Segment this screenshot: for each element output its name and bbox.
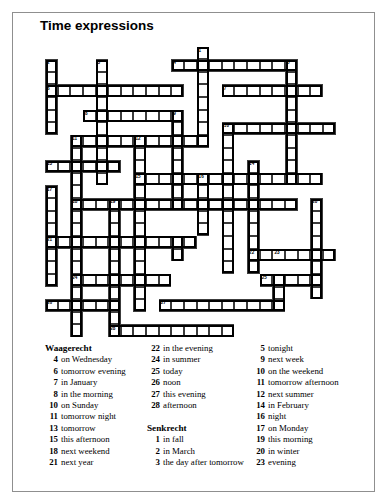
crossword-cell[interactable]: [159, 173, 172, 186]
clue-text: next week: [268, 354, 304, 364]
crossword-cell[interactable]: [247, 261, 260, 274]
crossword-cell[interactable]: [146, 274, 159, 287]
crossword-cell[interactable]: [146, 110, 159, 123]
crossword-cell[interactable]: [171, 110, 184, 123]
crossword-cell[interactable]: [197, 84, 210, 97]
clue-number: 2: [147, 446, 160, 457]
crossword-cell[interactable]: [222, 211, 235, 224]
crossword-cell[interactable]: [45, 249, 58, 262]
crossword-cell[interactable]: [83, 299, 96, 312]
clue-number: 26: [147, 377, 160, 388]
crossword-cell[interactable]: [96, 173, 109, 186]
crossword-cell[interactable]: [159, 135, 172, 148]
crossword-cell[interactable]: [108, 135, 121, 148]
crossword-cell[interactable]: [133, 236, 146, 249]
crossword-cell[interactable]: [298, 249, 311, 262]
crossword-cell[interactable]: [133, 274, 146, 287]
crossword-cell[interactable]: [222, 59, 235, 72]
clue-number: 7: [45, 377, 58, 388]
crossword-cell[interactable]: [96, 84, 109, 97]
crossword-cell[interactable]: [108, 312, 121, 325]
crossword-cell[interactable]: [285, 84, 298, 97]
crossword-cell[interactable]: [58, 84, 71, 97]
crossword-cell[interactable]: [146, 324, 159, 337]
crossword-cell[interactable]: [96, 160, 109, 173]
clue-text: next weekend: [61, 446, 110, 456]
crossword-cell[interactable]: [247, 211, 260, 224]
crossword-cell[interactable]: [171, 160, 184, 173]
crossword-cell[interactable]: [184, 173, 197, 186]
crossword-cell[interactable]: [159, 110, 172, 123]
crossword-cell[interactable]: [96, 97, 109, 110]
crossword-cell[interactable]: [222, 173, 235, 186]
clue-item: 17on Monday: [252, 423, 356, 434]
crossword-cell[interactable]: [222, 135, 235, 148]
crossword-cell[interactable]: [184, 299, 197, 312]
crossword-cell[interactable]: [96, 59, 109, 72]
crossword-cell[interactable]: [222, 185, 235, 198]
crossword-cell[interactable]: [197, 198, 210, 211]
crossword-cell[interactable]: [133, 173, 146, 186]
crossword-cell[interactable]: [171, 249, 184, 262]
crossword-cell[interactable]: [222, 223, 235, 236]
crossword-cell[interactable]: [108, 236, 121, 249]
crossword-cell[interactable]: [96, 110, 109, 123]
crossword-cell[interactable]: [197, 185, 210, 198]
clue-item: 1in fall: [147, 434, 253, 445]
crossword-cell[interactable]: [58, 236, 71, 249]
crossword-cell[interactable]: [121, 84, 134, 97]
crossword-cell[interactable]: [222, 299, 235, 312]
clue-item: 10on Sunday: [45, 400, 147, 411]
crossword-cell[interactable]: [70, 160, 83, 173]
crossword-cell[interactable]: [247, 299, 260, 312]
crossword-cell[interactable]: [45, 223, 58, 236]
clue-number: 20: [252, 446, 265, 457]
crossword-cell[interactable]: [209, 198, 222, 211]
clue-item: 15this afternoon: [45, 434, 147, 445]
crossword-cell[interactable]: [298, 84, 311, 97]
crossword-cell[interactable]: [121, 110, 134, 123]
crossword-cell[interactable]: [96, 274, 109, 287]
clue-item: 5tonight: [252, 343, 356, 354]
crossword-cell[interactable]: [171, 198, 184, 211]
crossword-cell[interactable]: [222, 236, 235, 249]
crossword-cell[interactable]: [96, 72, 109, 85]
clue-text: on the weekend: [268, 366, 323, 376]
clue-item: 7in January: [45, 377, 147, 388]
crossword-cell[interactable]: [133, 249, 146, 262]
crossword-cell[interactable]: [108, 198, 121, 211]
crossword-cell[interactable]: [234, 84, 247, 97]
clue-item: 20in winter: [252, 446, 356, 457]
crossword-cell[interactable]: [159, 274, 172, 287]
crossword-cell[interactable]: [310, 249, 323, 262]
crossword-cell[interactable]: [83, 160, 96, 173]
crossword-cell[interactable]: [70, 211, 83, 224]
crossword-cell[interactable]: [285, 59, 298, 72]
crossword-cell[interactable]: [45, 97, 58, 110]
clue-item: 6tomorrow evening: [45, 366, 147, 377]
crossword-cell[interactable]: [58, 299, 71, 312]
crossword-cell[interactable]: [45, 211, 58, 224]
clue-item: 28afternoon: [147, 400, 253, 411]
crossword-cell[interactable]: [108, 160, 121, 173]
clue-text: this afternoon: [61, 434, 110, 444]
crossword-cell[interactable]: [133, 287, 146, 300]
crossword-cell[interactable]: [222, 261, 235, 274]
crossword-cell[interactable]: [133, 160, 146, 173]
crossword-cell[interactable]: [197, 47, 210, 60]
crossword-cell[interactable]: [70, 148, 83, 161]
crossword-cell[interactable]: [247, 84, 260, 97]
crossword-cell[interactable]: [171, 84, 184, 97]
crossword-cell[interactable]: [197, 122, 210, 135]
crossword-cell[interactable]: [83, 110, 96, 123]
clue-text: night: [268, 411, 286, 421]
crossword-cell[interactable]: [146, 84, 159, 97]
crossword-cell[interactable]: [310, 122, 323, 135]
clue-item: 18next weekend: [45, 446, 147, 457]
crossword-cell[interactable]: [159, 198, 172, 211]
crossword-cell[interactable]: [108, 249, 121, 262]
crossword-cell[interactable]: [184, 198, 197, 211]
clue-text: in the morning: [61, 389, 113, 399]
clue-text: next summer: [268, 389, 314, 399]
crossword-cell[interactable]: [247, 160, 260, 173]
crossword-cell[interactable]: [45, 261, 58, 274]
crossword-cell[interactable]: [70, 198, 83, 211]
crossword-cell[interactable]: [260, 274, 273, 287]
crossword-cell[interactable]: [222, 148, 235, 161]
crossword-cell[interactable]: [171, 324, 184, 337]
crossword-cell[interactable]: [159, 299, 172, 312]
crossword-cell[interactable]: [146, 173, 159, 186]
crossword-cell[interactable]: [171, 185, 184, 198]
crossword-cell[interactable]: [234, 122, 247, 135]
crossword-cell[interactable]: [184, 236, 197, 249]
crossword-cell[interactable]: [133, 135, 146, 148]
crossword-cell[interactable]: [285, 122, 298, 135]
crossword-cell[interactable]: [285, 110, 298, 123]
crossword-cell[interactable]: [323, 249, 336, 262]
clue-number: 18: [45, 446, 58, 457]
crossword-cell[interactable]: [234, 198, 247, 211]
clue-item: 24in summer: [147, 354, 253, 365]
clue-text: in March: [163, 446, 195, 456]
crossword-cell[interactable]: [197, 97, 210, 110]
page-title: Time expressions: [40, 18, 154, 33]
crossword-cell[interactable]: [108, 324, 121, 337]
crossword-cell[interactable]: [234, 299, 247, 312]
clue-item: 22in the evening: [147, 343, 253, 354]
crossword-cell[interactable]: [45, 72, 58, 85]
clue-number: 22: [147, 343, 160, 354]
crossword-cell[interactable]: [222, 324, 235, 337]
crossword-cell[interactable]: [70, 287, 83, 300]
clue-text: in fall: [163, 434, 184, 444]
clue-item: 27this evening: [147, 389, 253, 400]
clue-item: 2in March: [147, 446, 253, 457]
crossword-cell[interactable]: [184, 135, 197, 148]
crossword-cell[interactable]: [272, 249, 285, 262]
crossword-cell[interactable]: [96, 236, 109, 249]
clue-item: 26noon: [147, 377, 253, 388]
crossword-cell[interactable]: [260, 299, 273, 312]
crossword-cell[interactable]: [159, 236, 172, 249]
clue-item: 21next year: [45, 457, 147, 468]
clue-item: 3the day after tomorrow: [147, 457, 253, 468]
crossword-cell[interactable]: [45, 59, 58, 72]
crossword-cell[interactable]: [285, 97, 298, 110]
crossword-cell[interactable]: [96, 198, 109, 211]
crossword-cell[interactable]: [247, 185, 260, 198]
crossword-cell[interactable]: [70, 185, 83, 198]
crossword-cell[interactable]: [70, 135, 83, 148]
crossword-cell[interactable]: [159, 84, 172, 97]
crossword-cell[interactable]: [171, 122, 184, 135]
clue-number: 6: [45, 366, 58, 377]
crossword-cell[interactable]: [171, 59, 184, 72]
crossword-cell[interactable]: [45, 122, 58, 135]
clue-number: 17: [252, 423, 265, 434]
crossword-cell[interactable]: [222, 84, 235, 97]
clue-text: tonight: [268, 343, 293, 353]
crossword-cell[interactable]: [285, 148, 298, 161]
crossword-cell[interactable]: [184, 59, 197, 72]
crossword-cell[interactable]: [108, 211, 121, 224]
crossword-cell[interactable]: [272, 198, 285, 211]
crossword-cell[interactable]: [108, 299, 121, 312]
crossword-cell[interactable]: [108, 110, 121, 123]
crossword-cell[interactable]: [285, 249, 298, 262]
crossword-cell[interactable]: [197, 324, 210, 337]
crossword-cell[interactable]: [310, 236, 323, 249]
crossword-cell[interactable]: [298, 122, 311, 135]
crossword-cell[interactable]: [96, 299, 109, 312]
crossword-cell[interactable]: [197, 299, 210, 312]
clue-text: on Wednesday: [61, 354, 112, 364]
crossword-cell[interactable]: [285, 160, 298, 173]
crossword-cell[interactable]: [272, 274, 285, 287]
crossword-cell[interactable]: [310, 173, 323, 186]
crossword-cell[interactable]: [260, 59, 273, 72]
crossword-cell[interactable]: [58, 160, 71, 173]
clue-number: 10: [252, 366, 265, 377]
crossword-cell[interactable]: [247, 198, 260, 211]
crossword-cell[interactable]: [272, 173, 285, 186]
clue-number: 13: [45, 423, 58, 434]
crossword-cell[interactable]: [70, 249, 83, 262]
crossword-cell[interactable]: [45, 110, 58, 123]
crossword-cell[interactable]: [108, 261, 121, 274]
crossword-cell[interactable]: [298, 274, 311, 287]
crossword-cell[interactable]: [133, 148, 146, 161]
crossword-cell[interactable]: [247, 249, 260, 262]
crossword-cell[interactable]: [197, 211, 210, 224]
crossword-cell[interactable]: [234, 173, 247, 186]
crossword-cell[interactable]: [70, 274, 83, 287]
clue-item: 11tomorrow afternoon: [252, 377, 356, 388]
crossword-cell[interactable]: [197, 110, 210, 123]
crossword-cell[interactable]: [171, 299, 184, 312]
crossword-cell[interactable]: [121, 135, 134, 148]
crossword-cell[interactable]: [133, 299, 146, 312]
clue-number: 19: [252, 434, 265, 445]
crossword-cell[interactable]: [310, 261, 323, 274]
clue-text: next year: [61, 457, 93, 467]
clue-text: noon: [163, 377, 181, 387]
crossword-cell[interactable]: [197, 223, 210, 236]
clue-number: 8: [45, 389, 58, 400]
crossword-cell[interactable]: [310, 84, 323, 97]
crossword-cell[interactable]: [45, 299, 58, 312]
crossword-cell[interactable]: [272, 59, 285, 72]
clue-number: 24: [147, 354, 160, 365]
crossword-cell[interactable]: [272, 299, 285, 312]
crossword-cell[interactable]: [234, 59, 247, 72]
crossword-cell[interactable]: [121, 324, 134, 337]
crossword-cell[interactable]: [83, 236, 96, 249]
crossword-cell[interactable]: [310, 198, 323, 211]
clue-column-spacer: [147, 411, 253, 422]
crossword-cell[interactable]: [133, 223, 146, 236]
crossword-cell[interactable]: [197, 72, 210, 85]
crossword-cell[interactable]: [45, 198, 58, 211]
crossword-cell[interactable]: [133, 110, 146, 123]
crossword-cell[interactable]: [121, 274, 134, 287]
crossword-cell[interactable]: [83, 198, 96, 211]
crossword-cell[interactable]: [159, 324, 172, 337]
crossword-cell[interactable]: [83, 135, 96, 148]
clue-text: tomorrow evening: [61, 366, 126, 376]
clue-item: 16night: [252, 411, 356, 422]
crossword-cell[interactable]: [70, 223, 83, 236]
crossword-cell[interactable]: [272, 84, 285, 97]
crossword-cell[interactable]: [133, 211, 146, 224]
crossword-cell[interactable]: [209, 173, 222, 186]
clue-number: 3: [147, 457, 160, 468]
crossword-cell[interactable]: [45, 236, 58, 249]
crossword-cell[interactable]: [209, 59, 222, 72]
crossword-cell[interactable]: [285, 274, 298, 287]
crossword-cell[interactable]: [83, 274, 96, 287]
crossword-cell[interactable]: [96, 148, 109, 161]
crossword-cell[interactable]: [108, 274, 121, 287]
crossword-cell[interactable]: [310, 274, 323, 287]
crossword-cell[interactable]: [298, 173, 311, 186]
crossword-cell[interactable]: [83, 84, 96, 97]
crossword-cell[interactable]: [209, 299, 222, 312]
crossword-cell[interactable]: [197, 135, 210, 148]
crossword-cell[interactable]: [146, 198, 159, 211]
clue-text: tomorrow: [61, 423, 96, 433]
crossword-cell[interactable]: [70, 261, 83, 274]
crossword-cell[interactable]: [171, 135, 184, 148]
crossword-cell[interactable]: [222, 198, 235, 211]
crossword-cell[interactable]: [45, 185, 58, 198]
crossword-cell[interactable]: [108, 84, 121, 97]
clue-number: 5: [252, 343, 265, 354]
crossword-cell[interactable]: [222, 160, 235, 173]
clue-text: on Monday: [268, 423, 308, 433]
crossword-cell[interactable]: [285, 135, 298, 148]
crossword-cell[interactable]: [197, 173, 210, 186]
crossword-cell[interactable]: [70, 173, 83, 186]
crossword-cell[interactable]: [310, 211, 323, 224]
crossword-cell[interactable]: [146, 236, 159, 249]
crossword-cell[interactable]: [45, 274, 58, 287]
crossword-cell[interactable]: [272, 122, 285, 135]
crossword-cell[interactable]: [247, 236, 260, 249]
crossword-cell[interactable]: [285, 198, 298, 211]
crossword-cell[interactable]: [260, 249, 273, 262]
crossword-cell[interactable]: [310, 287, 323, 300]
crossword-cell[interactable]: [108, 287, 121, 300]
crossword-cell[interactable]: [285, 173, 298, 186]
clue-item: 23evening: [252, 457, 356, 468]
crossword-cell[interactable]: [96, 122, 109, 135]
crossword-cell[interactable]: [247, 223, 260, 236]
crossword-cell[interactable]: [171, 236, 184, 249]
crossword-cell[interactable]: [70, 312, 83, 325]
crossword-cell[interactable]: [184, 324, 197, 337]
crossword-cell[interactable]: [171, 173, 184, 186]
crossword-cell[interactable]: [260, 84, 273, 97]
crossword-cell[interactable]: [70, 236, 83, 249]
clue-number: 4: [45, 354, 58, 365]
crossword-cell[interactable]: [310, 223, 323, 236]
clue-item: 12next summer: [252, 389, 356, 400]
crossword-cell[interactable]: [209, 324, 222, 337]
crossword-cell[interactable]: [96, 135, 109, 148]
clue-number: 21: [45, 457, 58, 468]
crossword-cell[interactable]: [133, 84, 146, 97]
crossword-cell[interactable]: [247, 59, 260, 72]
crossword-cell[interactable]: [70, 299, 83, 312]
crossword-cell[interactable]: [108, 223, 121, 236]
clue-item: 13tomorrow: [45, 423, 147, 434]
crossword-cell[interactable]: [197, 59, 210, 72]
crossword-cell[interactable]: [133, 324, 146, 337]
crossword-cell[interactable]: [171, 148, 184, 161]
crossword-cell[interactable]: [260, 173, 273, 186]
crossword-cell[interactable]: [260, 198, 273, 211]
clue-text: on Sunday: [61, 400, 98, 410]
crossword-cell[interactable]: [121, 236, 134, 249]
crossword-cell[interactable]: [222, 249, 235, 262]
clue-number: 27: [147, 389, 160, 400]
crossword-cell[interactable]: [323, 122, 336, 135]
crossword-cell[interactable]: [272, 287, 285, 300]
crossword-cell[interactable]: [146, 135, 159, 148]
crossword-cell[interactable]: [121, 198, 134, 211]
crossword-cell[interactable]: [260, 122, 273, 135]
crossword-cell[interactable]: [70, 324, 83, 337]
crossword-cell[interactable]: [247, 173, 260, 186]
crossword-cell[interactable]: [133, 198, 146, 211]
crossword-cell[interactable]: [133, 261, 146, 274]
crossword-cell[interactable]: [247, 122, 260, 135]
crossword-cell[interactable]: [45, 160, 58, 173]
crossword-cell[interactable]: [285, 72, 298, 85]
crossword-cell[interactable]: [222, 122, 235, 135]
crossword-cell[interactable]: [133, 185, 146, 198]
clue-number: 28: [147, 400, 160, 411]
crossword-cell[interactable]: [45, 84, 58, 97]
crossword-cell[interactable]: [70, 84, 83, 97]
clue-number: 12: [252, 389, 265, 400]
